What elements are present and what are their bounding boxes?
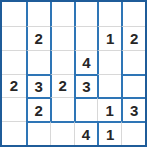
cell-r2c2-digit-2[interactable]: 2	[26, 26, 50, 50]
cell-r1c5[interactable]	[97, 2, 121, 26]
cell-r6c3[interactable]	[50, 121, 74, 145]
cell-r4c4-digit-3[interactable]: 3	[74, 74, 98, 98]
cell-r1c1[interactable]	[2, 2, 26, 26]
cell-r3c1[interactable]	[2, 50, 26, 74]
cell-r2c5-digit-1[interactable]: 1	[97, 26, 121, 50]
cell-r1c2[interactable]	[26, 2, 50, 26]
cell-r2c6-digit-2[interactable]: 2	[121, 26, 145, 50]
cell-r4c6[interactable]	[121, 74, 145, 98]
cell-r6c2[interactable]	[26, 121, 50, 145]
cell-r3c3[interactable]	[50, 50, 74, 74]
cell-r4c2-digit-3[interactable]: 3	[26, 74, 50, 98]
cell-r1c4[interactable]	[74, 2, 98, 26]
cell-r2c4[interactable]	[74, 26, 98, 50]
cell-r3c6[interactable]	[121, 50, 145, 74]
cell-r6c5-digit-1[interactable]: 1	[97, 121, 121, 145]
cell-r5c1[interactable]	[2, 97, 26, 121]
cell-r6c6[interactable]	[121, 121, 145, 145]
cell-r1c3[interactable]	[50, 2, 74, 26]
cell-r6c4-digit-4[interactable]: 4	[74, 121, 98, 145]
cell-r5c3[interactable]	[50, 97, 74, 121]
cell-r5c6-digit-3[interactable]: 3	[121, 97, 145, 121]
cell-r1c6[interactable]	[121, 2, 145, 26]
cell-r6c1[interactable]	[2, 121, 26, 145]
cell-r5c4[interactable]	[74, 97, 98, 121]
cell-r4c5[interactable]	[97, 74, 121, 98]
cell-r3c2[interactable]	[26, 50, 50, 74]
cell-r5c2-digit-2[interactable]: 2	[26, 97, 50, 121]
cell-r4c1-digit-2[interactable]: 2	[2, 74, 26, 98]
cell-r3c4-digit-4[interactable]: 4	[74, 50, 98, 74]
puzzle-board: 2124232321341	[0, 0, 147, 147]
cell-r4c3-digit-2[interactable]: 2	[50, 74, 74, 98]
cell-r5c5-digit-1[interactable]: 1	[97, 97, 121, 121]
cell-r2c1[interactable]	[2, 26, 26, 50]
cell-r3c5[interactable]	[97, 50, 121, 74]
cell-r2c3[interactable]	[50, 26, 74, 50]
